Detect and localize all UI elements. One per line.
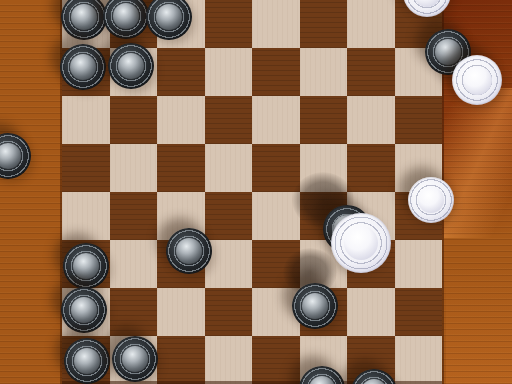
square-r1c4[interactable] <box>205 0 253 48</box>
black-piece-r8c1[interactable] <box>64 338 110 384</box>
square-r3c8[interactable] <box>395 96 443 144</box>
piece-dome <box>309 376 336 384</box>
piece-dome <box>0 143 21 170</box>
piece-dome <box>302 293 329 320</box>
piece-dome <box>113 3 140 30</box>
black-piece-r7c1[interactable] <box>61 287 107 333</box>
wood-bright-shading <box>446 264 512 384</box>
piece-dome <box>435 39 462 66</box>
square-r1c6[interactable] <box>300 0 348 48</box>
square-r8c5[interactable] <box>252 336 300 384</box>
piece-dome <box>71 4 98 31</box>
white-piece-offboard <box>452 55 502 105</box>
square-r4c3[interactable] <box>157 144 205 192</box>
checkers-game-view <box>0 0 512 384</box>
piece-dome <box>344 226 379 261</box>
black-piece-r8c2[interactable] <box>112 336 158 382</box>
piece-dome <box>70 54 97 81</box>
square-r5c4[interactable] <box>205 192 253 240</box>
square-r2c5[interactable] <box>252 48 300 96</box>
square-r4c7[interactable] <box>347 144 395 192</box>
square-r4c2[interactable] <box>110 144 158 192</box>
piece-dome <box>413 0 441 7</box>
square-r1c7[interactable] <box>347 0 395 48</box>
square-r2c6[interactable] <box>300 48 348 96</box>
white-piece-r5c8[interactable] <box>408 177 454 223</box>
piece-dome <box>156 4 183 31</box>
square-r3c7[interactable] <box>347 96 395 144</box>
square-r7c4[interactable] <box>205 288 253 336</box>
piece-dome <box>418 187 445 214</box>
black-piece-r6c1[interactable] <box>63 243 109 289</box>
piece-dome <box>74 348 101 375</box>
square-r3c5[interactable] <box>252 96 300 144</box>
square-r6c8[interactable] <box>395 240 443 288</box>
piece-dome <box>73 253 100 280</box>
square-r8c3[interactable] <box>157 336 205 384</box>
square-r2c4[interactable] <box>205 48 253 96</box>
square-r3c2[interactable] <box>110 96 158 144</box>
square-r5c1[interactable] <box>62 192 110 240</box>
square-r3c4[interactable] <box>205 96 253 144</box>
white-piece-lifted[interactable] <box>331 213 391 273</box>
square-r7c3[interactable] <box>157 288 205 336</box>
square-r3c1[interactable] <box>62 96 110 144</box>
square-r4c5[interactable] <box>252 144 300 192</box>
square-r6c2[interactable] <box>110 240 158 288</box>
piece-dome <box>176 238 203 265</box>
black-piece-r2c1[interactable] <box>60 44 106 90</box>
square-r7c2[interactable] <box>110 288 158 336</box>
square-r5c2[interactable] <box>110 192 158 240</box>
black-piece-r7c6[interactable] <box>292 283 338 329</box>
wood-light-streak <box>444 88 512 238</box>
square-r2c3[interactable] <box>157 48 205 96</box>
piece-dome <box>71 297 98 324</box>
square-r3c3[interactable] <box>157 96 205 144</box>
square-r8c8[interactable] <box>395 336 443 384</box>
black-piece-r6c3[interactable] <box>166 228 212 274</box>
square-r4c4[interactable] <box>205 144 253 192</box>
black-piece-r2c2[interactable] <box>108 43 154 89</box>
piece-dome <box>122 346 149 373</box>
square-r7c8[interactable] <box>395 288 443 336</box>
square-r2c7[interactable] <box>347 48 395 96</box>
square-r7c7[interactable] <box>347 288 395 336</box>
square-r1c5[interactable] <box>252 0 300 48</box>
square-r8c4[interactable] <box>205 336 253 384</box>
piece-dome <box>118 53 145 80</box>
piece-dome <box>361 379 388 384</box>
square-r4c1[interactable] <box>62 144 110 192</box>
piece-dome <box>463 66 492 95</box>
square-r3c6[interactable] <box>300 96 348 144</box>
